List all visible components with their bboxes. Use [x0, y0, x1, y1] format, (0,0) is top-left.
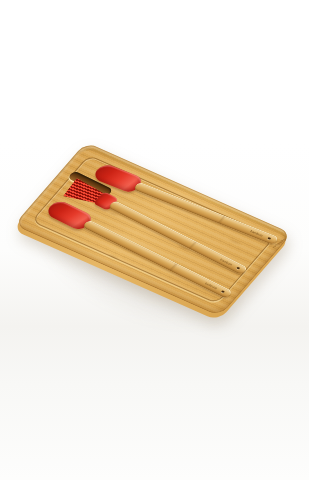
spatula-small-brand-mark: bambum: [205, 282, 218, 290]
basting-brush-brand-mark: bambum: [220, 258, 233, 266]
spatula-large-hang-hole: [267, 237, 271, 240]
spatula-small-hang-hole: [221, 290, 225, 293]
product-photo: bambum bambum bambum bambum: [0, 0, 309, 480]
cutting-board: bambum bambum bambum bambum: [14, 142, 292, 317]
basting-brush-hang-hole: [236, 267, 240, 270]
board-perspective-wrap: bambum bambum bambum bambum: [0, 0, 309, 480]
spatula-large-brand-mark: bambum: [250, 230, 264, 237]
